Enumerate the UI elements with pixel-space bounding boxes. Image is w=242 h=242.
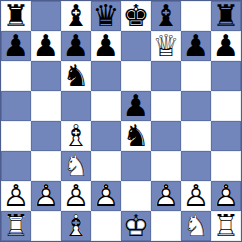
black-knight[interactable]: ♞︎ bbox=[121, 121, 151, 151]
square-g2[interactable]: ♟︎♙︎ bbox=[181, 181, 211, 211]
square-d4[interactable] bbox=[91, 121, 121, 151]
white-pawn[interactable]: ♟︎♙︎ bbox=[1, 181, 31, 211]
square-g7[interactable]: ♟︎ bbox=[181, 31, 211, 61]
white-pawn-outline: ♙︎ bbox=[61, 181, 91, 211]
white-bishop[interactable]: ♝︎♗︎ bbox=[61, 211, 91, 241]
square-f8[interactable]: ♝︎ bbox=[151, 1, 181, 31]
white-bishop[interactable]: ♝︎♗︎ bbox=[61, 121, 91, 151]
square-g8[interactable] bbox=[181, 1, 211, 31]
square-b3[interactable] bbox=[31, 151, 61, 181]
black-pawn[interactable]: ♟︎ bbox=[121, 91, 151, 121]
square-h1[interactable]: ♜︎♖︎ bbox=[211, 211, 241, 241]
white-pawn-outline: ♙︎ bbox=[181, 181, 211, 211]
square-b5[interactable] bbox=[31, 91, 61, 121]
white-rook-outline: ♖︎ bbox=[1, 211, 31, 241]
square-g5[interactable] bbox=[181, 91, 211, 121]
black-bishop[interactable]: ♝︎ bbox=[151, 1, 181, 31]
square-g6[interactable] bbox=[181, 61, 211, 91]
square-g3[interactable] bbox=[181, 151, 211, 181]
white-king[interactable]: ♚︎♔︎ bbox=[121, 211, 151, 241]
white-pawn-outline: ♙︎ bbox=[91, 181, 121, 211]
square-h3[interactable] bbox=[211, 151, 241, 181]
square-d7[interactable]: ♟︎ bbox=[91, 31, 121, 61]
white-pawn-outline: ♙︎ bbox=[151, 181, 181, 211]
white-pawn[interactable]: ♟︎♙︎ bbox=[61, 181, 91, 211]
square-b7[interactable]: ♟︎ bbox=[31, 31, 61, 61]
square-a8[interactable]: ♜︎ bbox=[1, 1, 31, 31]
square-e8[interactable]: ♚︎ bbox=[121, 1, 151, 31]
square-g1[interactable]: ♞︎♘︎ bbox=[181, 211, 211, 241]
square-f1[interactable] bbox=[151, 211, 181, 241]
white-rook[interactable]: ♜︎♖︎ bbox=[1, 211, 31, 241]
square-a3[interactable] bbox=[1, 151, 31, 181]
white-queen-outline: ♕︎ bbox=[151, 31, 181, 61]
square-f3[interactable] bbox=[151, 151, 181, 181]
white-queen[interactable]: ♛︎♕︎ bbox=[151, 31, 181, 61]
square-h2[interactable]: ♟︎♙︎ bbox=[211, 181, 241, 211]
square-e2[interactable] bbox=[121, 181, 151, 211]
white-pawn-outline: ♙︎ bbox=[1, 181, 31, 211]
square-e3[interactable] bbox=[121, 151, 151, 181]
square-e1[interactable]: ♚︎♔︎ bbox=[121, 211, 151, 241]
square-a1[interactable]: ♜︎♖︎ bbox=[1, 211, 31, 241]
black-rook[interactable]: ♜︎ bbox=[211, 1, 241, 31]
white-pawn[interactable]: ♟︎♙︎ bbox=[91, 181, 121, 211]
black-pawn[interactable]: ♟︎ bbox=[1, 31, 31, 61]
white-king-outline: ♔︎ bbox=[121, 211, 151, 241]
square-h5[interactable] bbox=[211, 91, 241, 121]
square-c3[interactable]: ♞︎♘︎ bbox=[61, 151, 91, 181]
black-rook[interactable]: ♜︎ bbox=[1, 1, 31, 31]
square-f4[interactable] bbox=[151, 121, 181, 151]
square-c6[interactable]: ♞︎ bbox=[61, 61, 91, 91]
white-bishop-outline: ♗︎ bbox=[61, 211, 91, 241]
black-bishop[interactable]: ♝︎ bbox=[61, 1, 91, 31]
black-pawn[interactable]: ♟︎ bbox=[211, 31, 241, 61]
square-d8[interactable]: ♛︎ bbox=[91, 1, 121, 31]
white-pawn[interactable]: ♟︎♙︎ bbox=[211, 181, 241, 211]
black-knight[interactable]: ♞︎ bbox=[61, 61, 91, 91]
black-queen[interactable]: ♛︎ bbox=[91, 1, 121, 31]
square-h7[interactable]: ♟︎ bbox=[211, 31, 241, 61]
square-f5[interactable] bbox=[151, 91, 181, 121]
square-a7[interactable]: ♟︎ bbox=[1, 31, 31, 61]
square-a5[interactable] bbox=[1, 91, 31, 121]
square-g4[interactable] bbox=[181, 121, 211, 151]
white-rook-outline: ♖︎ bbox=[211, 211, 241, 241]
square-e4[interactable]: ♞︎ bbox=[121, 121, 151, 151]
square-d1[interactable] bbox=[91, 211, 121, 241]
square-e6[interactable] bbox=[121, 61, 151, 91]
square-e7[interactable] bbox=[121, 31, 151, 61]
square-a4[interactable] bbox=[1, 121, 31, 151]
black-pawn[interactable]: ♟︎ bbox=[91, 31, 121, 61]
square-d2[interactable]: ♟︎♙︎ bbox=[91, 181, 121, 211]
square-a2[interactable]: ♟︎♙︎ bbox=[1, 181, 31, 211]
black-pawn[interactable]: ♟︎ bbox=[31, 31, 61, 61]
black-pawn[interactable]: ♟︎ bbox=[181, 31, 211, 61]
square-b4[interactable] bbox=[31, 121, 61, 151]
chess-board: ♜︎♝︎♛︎♚︎♝︎♜︎♟︎♟︎♟︎♟︎♛︎♕︎♟︎♟︎♞︎♟︎♝︎♗︎♞︎♞︎… bbox=[0, 0, 242, 242]
square-b1[interactable] bbox=[31, 211, 61, 241]
square-b8[interactable] bbox=[31, 1, 61, 31]
square-c5[interactable] bbox=[61, 91, 91, 121]
white-rook[interactable]: ♜︎♖︎ bbox=[211, 211, 241, 241]
white-knight[interactable]: ♞︎♘︎ bbox=[61, 151, 91, 181]
black-king[interactable]: ♚︎ bbox=[121, 1, 151, 31]
white-knight-outline: ♘︎ bbox=[61, 151, 91, 181]
white-knight-outline: ♘︎ bbox=[181, 211, 211, 241]
white-pawn[interactable]: ♟︎♙︎ bbox=[181, 181, 211, 211]
square-a6[interactable] bbox=[1, 61, 31, 91]
square-e5[interactable]: ♟︎ bbox=[121, 91, 151, 121]
square-f6[interactable] bbox=[151, 61, 181, 91]
square-c8[interactable]: ♝︎ bbox=[61, 1, 91, 31]
white-knight[interactable]: ♞︎♘︎ bbox=[181, 211, 211, 241]
square-c4[interactable]: ♝︎♗︎ bbox=[61, 121, 91, 151]
square-c7[interactable]: ♟︎ bbox=[61, 31, 91, 61]
square-h6[interactable] bbox=[211, 61, 241, 91]
square-b2[interactable]: ♟︎♙︎ bbox=[31, 181, 61, 211]
square-b6[interactable] bbox=[31, 61, 61, 91]
white-bishop-outline: ♗︎ bbox=[61, 121, 91, 151]
square-d5[interactable] bbox=[91, 91, 121, 121]
square-f7[interactable]: ♛︎♕︎ bbox=[151, 31, 181, 61]
white-pawn[interactable]: ♟︎♙︎ bbox=[151, 181, 181, 211]
square-d6[interactable] bbox=[91, 61, 121, 91]
square-f2[interactable]: ♟︎♙︎ bbox=[151, 181, 181, 211]
square-d3[interactable] bbox=[91, 151, 121, 181]
square-h4[interactable] bbox=[211, 121, 241, 151]
square-c2[interactable]: ♟︎♙︎ bbox=[61, 181, 91, 211]
black-pawn[interactable]: ♟︎ bbox=[61, 31, 91, 61]
white-pawn-outline: ♙︎ bbox=[211, 181, 241, 211]
white-pawn[interactable]: ♟︎♙︎ bbox=[31, 181, 61, 211]
square-c1[interactable]: ♝︎♗︎ bbox=[61, 211, 91, 241]
white-pawn-outline: ♙︎ bbox=[31, 181, 61, 211]
square-h8[interactable]: ♜︎ bbox=[211, 1, 241, 31]
